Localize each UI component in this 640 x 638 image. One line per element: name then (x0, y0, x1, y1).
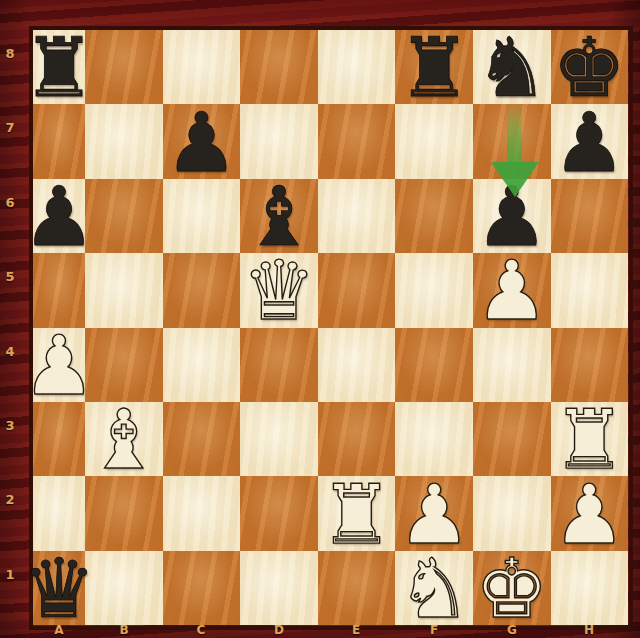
square-h6[interactable] (551, 179, 629, 253)
square-f5[interactable] (395, 253, 473, 327)
square-d1[interactable] (240, 551, 318, 625)
square-a4[interactable]: ♟ (33, 328, 85, 402)
square-a6[interactable]: ♟ (33, 179, 85, 253)
square-c8[interactable] (163, 30, 241, 104)
rank-label-4: 4 (0, 344, 20, 359)
white-pawn-g5[interactable]: ♟ (475, 250, 549, 332)
square-h2[interactable]: ♟ (551, 476, 629, 550)
square-h7[interactable]: ♟ (551, 104, 629, 178)
chess-board: ♜♜♞♚♟♟♟♝♟♛♟♟♝♜♜♟♟♛♞♚ (33, 30, 629, 626)
square-a2[interactable] (33, 476, 85, 550)
square-a1[interactable]: ♛ (33, 551, 85, 625)
square-b3[interactable]: ♝ (85, 402, 163, 476)
square-a5[interactable] (33, 253, 85, 327)
file-label-d: D (259, 623, 299, 637)
rank-label-5: 5 (0, 269, 20, 284)
square-d8[interactable] (240, 30, 318, 104)
black-pawn-c7[interactable]: ♟ (165, 102, 239, 184)
rank-label-3: 3 (0, 418, 20, 433)
square-g5[interactable]: ♟ (473, 253, 551, 327)
square-b4[interactable] (85, 328, 163, 402)
square-f4[interactable] (395, 328, 473, 402)
rank-label-6: 6 (0, 195, 20, 210)
white-pawn-a4[interactable]: ♟ (22, 325, 96, 407)
square-e4[interactable] (318, 328, 396, 402)
square-g4[interactable] (473, 328, 551, 402)
square-g2[interactable] (473, 476, 551, 550)
white-pawn-h2[interactable]: ♟ (553, 474, 627, 556)
square-b5[interactable] (85, 253, 163, 327)
square-b8[interactable] (85, 30, 163, 104)
square-c5[interactable] (163, 253, 241, 327)
square-c1[interactable] (163, 551, 241, 625)
square-h4[interactable] (551, 328, 629, 402)
square-c7[interactable]: ♟ (163, 104, 241, 178)
square-c3[interactable] (163, 402, 241, 476)
square-g8[interactable]: ♞ (473, 30, 551, 104)
square-b1[interactable] (85, 551, 163, 625)
white-queen-d5[interactable]: ♛ (242, 250, 316, 332)
square-e3[interactable] (318, 402, 396, 476)
square-e7[interactable] (318, 104, 396, 178)
white-rook-e2[interactable]: ♜ (320, 474, 394, 556)
rank-label-7: 7 (0, 120, 20, 135)
file-label-h: H (569, 623, 609, 637)
square-d7[interactable] (240, 104, 318, 178)
square-g3[interactable] (473, 402, 551, 476)
square-d3[interactable] (240, 402, 318, 476)
square-e1[interactable] (318, 551, 396, 625)
square-h3[interactable]: ♜ (551, 402, 629, 476)
rank-label-1: 1 (0, 567, 20, 582)
square-d5[interactable]: ♛ (240, 253, 318, 327)
file-label-c: C (181, 623, 221, 637)
square-d4[interactable] (240, 328, 318, 402)
square-g1[interactable]: ♚ (473, 551, 551, 625)
black-queen-a1[interactable]: ♛ (22, 548, 96, 630)
square-b6[interactable] (85, 179, 163, 253)
square-e5[interactable] (318, 253, 396, 327)
square-c2[interactable] (163, 476, 241, 550)
white-bishop-b3[interactable]: ♝ (87, 399, 161, 481)
rank-label-2: 2 (0, 492, 20, 507)
square-f6[interactable] (395, 179, 473, 253)
square-d2[interactable] (240, 476, 318, 550)
square-e8[interactable] (318, 30, 396, 104)
square-a7[interactable] (33, 104, 85, 178)
square-h8[interactable]: ♚ (551, 30, 629, 104)
square-e2[interactable]: ♜ (318, 476, 396, 550)
square-a3[interactable] (33, 402, 85, 476)
black-pawn-h7[interactable]: ♟ (553, 102, 627, 184)
square-c6[interactable] (163, 179, 241, 253)
file-label-e: E (336, 623, 376, 637)
black-knight-g8[interactable]: ♞ (475, 27, 549, 109)
square-a8[interactable]: ♜ (33, 30, 85, 104)
square-f8[interactable]: ♜ (395, 30, 473, 104)
white-knight-f1[interactable]: ♞ (397, 548, 471, 630)
square-g6[interactable]: ♟ (473, 179, 551, 253)
square-e6[interactable] (318, 179, 396, 253)
file-label-b: B (104, 623, 144, 637)
black-rook-f8[interactable]: ♜ (397, 27, 471, 109)
rank-label-8: 8 (0, 46, 20, 61)
square-d6[interactable]: ♝ (240, 179, 318, 253)
square-h5[interactable] (551, 253, 629, 327)
chess-board-background: ♜♜♞♚♟♟♟♝♟♛♟♟♝♜♜♟♟♛♞♚ 87654321 ABCDEFGH (0, 0, 640, 638)
square-b7[interactable] (85, 104, 163, 178)
black-rook-a8[interactable]: ♜ (22, 27, 96, 109)
square-b2[interactable] (85, 476, 163, 550)
square-h1[interactable] (551, 551, 629, 625)
square-f1[interactable]: ♞ (395, 551, 473, 625)
square-f7[interactable] (395, 104, 473, 178)
square-g7[interactable] (473, 104, 551, 178)
white-king-g1[interactable]: ♚ (475, 548, 549, 630)
square-f2[interactable]: ♟ (395, 476, 473, 550)
square-f3[interactable] (395, 402, 473, 476)
black-pawn-a6[interactable]: ♟ (22, 176, 96, 258)
square-c4[interactable] (163, 328, 241, 402)
